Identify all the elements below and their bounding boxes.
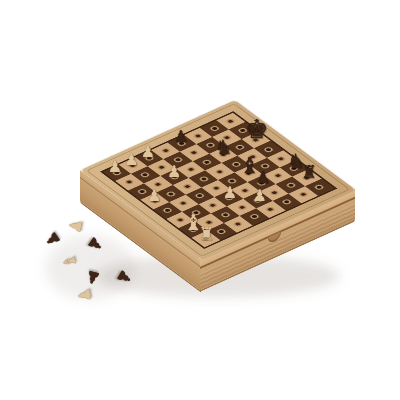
peg-hole	[197, 175, 208, 182]
peg-hole	[275, 155, 286, 162]
peg-hole	[236, 204, 247, 211]
peg-hole	[159, 147, 170, 154]
peg-hole	[172, 157, 183, 164]
loose-piece-white-pawn: ♟	[66, 215, 85, 237]
peg-hole	[252, 196, 263, 203]
product-photo-scene: ♚♟♞♟♟♞♟♝♟♜♟♟♟♟♝♜ ♟♟♟♝♟♟♟	[0, 0, 400, 400]
peg-hole	[262, 146, 273, 153]
peg-hole	[176, 140, 187, 147]
peg-hole	[156, 164, 167, 171]
peg-hole	[264, 206, 275, 213]
peg-hole	[161, 207, 172, 214]
peg-hole	[237, 127, 248, 134]
peg-hole	[143, 155, 154, 162]
peg-hole	[165, 190, 176, 197]
peg-hole	[192, 132, 203, 139]
peg-hole	[187, 226, 198, 233]
peg-hole	[185, 166, 196, 173]
peg-hole	[281, 198, 292, 205]
peg-hole	[284, 182, 295, 189]
peg-hole	[221, 134, 232, 141]
peg-hole	[203, 219, 214, 226]
peg-hole	[232, 221, 243, 228]
peg-hole	[223, 194, 234, 201]
peg-hole	[268, 189, 279, 196]
loose-piece-white-bishop: ♝	[60, 249, 81, 272]
peg-hole	[243, 170, 254, 177]
peg-hole	[297, 191, 308, 198]
loose-piece-white-pawn: ♟	[75, 284, 94, 306]
peg-hole	[239, 187, 250, 194]
peg-hole	[219, 211, 230, 218]
peg-hole	[136, 188, 147, 195]
peg-hole	[201, 159, 212, 166]
peg-hole	[233, 144, 244, 151]
peg-hole	[188, 149, 199, 156]
peg-hole	[214, 168, 225, 175]
peg-hole	[199, 235, 210, 242]
peg-hole	[178, 200, 189, 207]
peg-hole	[205, 142, 216, 149]
peg-hole	[152, 181, 163, 188]
peg-hole	[210, 185, 221, 192]
peg-hole	[181, 183, 192, 190]
peg-hole	[230, 161, 241, 168]
peg-hole	[140, 171, 151, 178]
peg-hole	[216, 228, 227, 235]
peg-hole	[194, 192, 205, 199]
peg-hole	[272, 172, 283, 179]
peg-hole	[313, 184, 324, 191]
peg-hole	[123, 179, 134, 186]
peg-hole	[250, 137, 261, 144]
peg-hole	[248, 213, 259, 220]
peg-hole	[288, 165, 299, 172]
peg-hole	[149, 198, 160, 205]
peg-hole	[111, 169, 122, 176]
peg-hole	[224, 118, 235, 125]
peg-hole	[207, 202, 218, 209]
peg-hole	[190, 209, 201, 216]
peg-hole	[259, 163, 270, 170]
peg-hole	[127, 162, 138, 169]
peg-hole	[301, 174, 312, 181]
peg-hole	[168, 173, 179, 180]
peg-hole	[208, 125, 219, 132]
peg-hole	[217, 151, 228, 158]
peg-hole	[246, 153, 257, 160]
peg-hole	[226, 178, 237, 185]
peg-hole	[255, 180, 266, 187]
peg-hole	[174, 216, 185, 223]
